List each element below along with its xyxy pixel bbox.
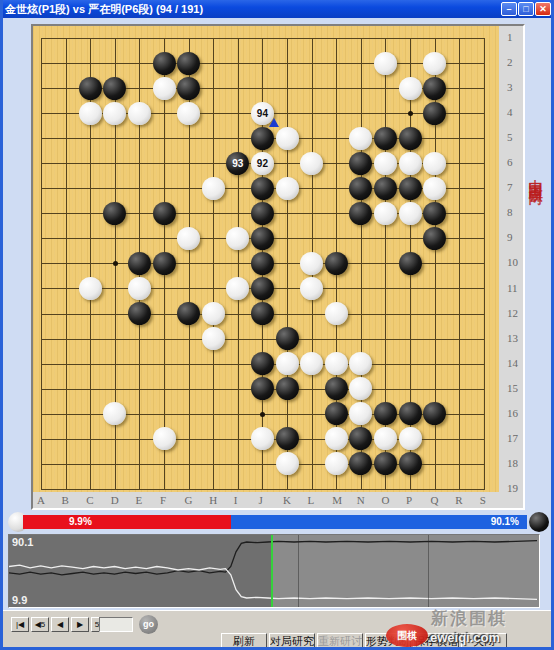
white-stone-O17 <box>374 427 397 450</box>
winrate-curves <box>9 535 537 605</box>
white-stone-H7 <box>202 177 225 200</box>
action-button-6[interactable]: 关闭 <box>461 633 507 649</box>
black-stone-J8 <box>251 202 274 225</box>
black-stone-O5 <box>374 127 397 150</box>
back-1-button[interactable]: ◀ <box>51 617 69 632</box>
white-stone-F3 <box>153 77 176 100</box>
black-stone-F8 <box>153 202 176 225</box>
row-label-9: 9 <box>507 231 513 243</box>
black-stone-P16 <box>399 402 422 425</box>
app-window: 金世炫(P1段) vs 严在明(P6段) (94 / 191) – □ ✕ 94… <box>0 0 554 650</box>
white-stone-P6 <box>399 152 422 175</box>
black-stone-P18 <box>399 452 422 475</box>
black-stone-P5 <box>399 127 422 150</box>
white-stone-M14 <box>325 352 348 375</box>
black-stone-Q4 <box>423 102 446 125</box>
window-title: 金世炫(P1段) vs 严在明(P6段) (94 / 191) <box>5 3 203 15</box>
black-winrate-label: 90.1% <box>491 516 519 527</box>
black-stone-Q9 <box>423 227 446 250</box>
winrate-bar: 9.9% 90.1% <box>3 511 554 535</box>
row-label-16: 16 <box>507 407 518 419</box>
white-winrate-label: 9.9% <box>69 516 92 527</box>
white-stone-P3 <box>399 77 422 100</box>
row-label-7: 7 <box>507 181 513 193</box>
black-stone-G2 <box>177 52 200 75</box>
white-stone-M17 <box>325 427 348 450</box>
row-label-1: 1 <box>507 31 513 43</box>
title-bar[interactable]: 金世炫(P1段) vs 严在明(P6段) (94 / 191) – □ ✕ <box>0 0 554 18</box>
current-move-cursor[interactable] <box>271 535 273 607</box>
column-label-A: A <box>37 494 45 506</box>
white-stone-Q6 <box>423 152 446 175</box>
black-stone-icon <box>529 512 549 532</box>
white-stone-H12 <box>202 302 225 325</box>
row-label-10: 10 <box>507 256 518 268</box>
white-stone-O8 <box>374 202 397 225</box>
row-label-4: 4 <box>507 106 513 118</box>
column-label-P: P <box>406 494 412 506</box>
row-label-12: 12 <box>507 307 518 319</box>
white-stone-N16 <box>349 402 372 425</box>
column-label-R: R <box>455 494 462 506</box>
back-5-button[interactable]: ◀5 <box>31 617 49 632</box>
white-stone-G4 <box>177 102 200 125</box>
column-label-C: C <box>86 494 93 506</box>
row-label-14: 14 <box>507 357 518 369</box>
row-label-18: 18 <box>507 457 518 469</box>
row-label-5: 5 <box>507 131 513 143</box>
white-stone-E4 <box>128 102 151 125</box>
white-stone-J17 <box>251 427 274 450</box>
control-panel: |◀◀5◀▶5▶▶| go 刷新对局研究重新研讨形势判断保存棋谱关闭 <box>3 610 554 650</box>
white-stone-O2 <box>374 52 397 75</box>
black-stone-J5 <box>251 127 274 150</box>
white-stone-D16 <box>103 402 126 425</box>
white-stone-K18 <box>276 452 299 475</box>
black-stone-J15 <box>251 377 274 400</box>
black-stone-N18 <box>349 452 372 475</box>
star-point <box>408 111 413 116</box>
column-label-N: N <box>357 494 365 506</box>
maximize-button[interactable]: □ <box>518 2 534 16</box>
white-stone-C4 <box>79 102 102 125</box>
white-stone-D4 <box>103 102 126 125</box>
black-stone-P7 <box>399 177 422 200</box>
column-label-D: D <box>111 494 119 506</box>
black-stone-I6-move-93: 93 <box>226 152 249 175</box>
white-stone-L11 <box>300 277 323 300</box>
black-stone-K13 <box>276 327 299 350</box>
column-label-F: F <box>160 494 166 506</box>
white-stone-M18 <box>325 452 348 475</box>
row-label-15: 15 <box>507 382 518 394</box>
column-label-Q: Q <box>431 494 439 506</box>
white-stone-N14 <box>349 352 372 375</box>
black-stone-D8 <box>103 202 126 225</box>
white-stone-K5 <box>276 127 299 150</box>
row-label-17: 17 <box>507 432 518 444</box>
column-label-O: O <box>381 494 389 506</box>
white-stone-N15 <box>349 377 372 400</box>
white-stone-E11 <box>128 277 151 300</box>
minimize-button[interactable]: – <box>501 2 517 16</box>
action-button-2[interactable]: 对局研究 <box>269 633 315 649</box>
action-button-3[interactable]: 重新研讨 <box>317 633 363 649</box>
white-stone-L6 <box>300 152 323 175</box>
black-stone-O16 <box>374 402 397 425</box>
white-stone-I9 <box>226 227 249 250</box>
white-stone-J6-move-92: 92 <box>251 152 274 175</box>
white-stone-I11 <box>226 277 249 300</box>
row-label-6: 6 <box>507 156 513 168</box>
black-stone-J11 <box>251 277 274 300</box>
black-stone-E10 <box>128 252 151 275</box>
column-label-E: E <box>135 494 142 506</box>
row-label-8: 8 <box>507 206 513 218</box>
last-move-triangle-marker <box>269 118 279 127</box>
first-move-button[interactable]: |◀ <box>11 617 29 632</box>
row-label-11: 11 <box>507 282 518 294</box>
black-stone-J9 <box>251 227 274 250</box>
white-stone-G9 <box>177 227 200 250</box>
graph-bottom-label: 9.9 <box>12 594 27 606</box>
column-coordinates: ABCDEFGHIJKLMNOPQRS <box>33 492 523 508</box>
white-stone-P8 <box>399 202 422 225</box>
winrate-graph[interactable]: 90.1 9.9 <box>8 534 540 608</box>
black-stone-M15 <box>325 377 348 400</box>
row-label-13: 13 <box>507 332 518 344</box>
forward-1-button[interactable]: ▶ <box>71 617 89 632</box>
white-stone-Q7 <box>423 177 446 200</box>
column-label-S: S <box>480 494 486 506</box>
black-stone-J14 <box>251 352 274 375</box>
column-label-M: M <box>332 494 342 506</box>
black-stone-K17 <box>276 427 299 450</box>
black-stone-G3 <box>177 77 200 100</box>
black-stone-Q8 <box>423 202 446 225</box>
column-label-L: L <box>308 494 315 506</box>
white-stone-K14 <box>276 352 299 375</box>
white-stone-H13 <box>202 327 225 350</box>
white-stone-C11 <box>79 277 102 300</box>
black-stone-C3 <box>79 77 102 100</box>
action-button-5[interactable]: 保存棋谱 <box>413 633 459 649</box>
black-stone-J7 <box>251 177 274 200</box>
black-stone-N6 <box>349 152 372 175</box>
black-stone-P10 <box>399 252 422 275</box>
close-button[interactable]: ✕ <box>535 2 551 16</box>
white-stone-P17 <box>399 427 422 450</box>
black-stone-Q3 <box>423 77 446 100</box>
black-stone-N7 <box>349 177 372 200</box>
go-board[interactable]: 949392 <box>33 26 499 492</box>
black-stone-M10 <box>325 252 348 275</box>
action-button-4[interactable]: 形势判断 <box>365 633 411 649</box>
white-stone-F17 <box>153 427 176 450</box>
row-label-3: 3 <box>507 81 513 93</box>
column-label-K: K <box>283 494 291 506</box>
white-stone-O6 <box>374 152 397 175</box>
black-stone-F2 <box>153 52 176 75</box>
star-point <box>260 412 265 417</box>
black-stone-O7 <box>374 177 397 200</box>
go-button[interactable]: go <box>139 615 158 634</box>
column-label-J: J <box>258 494 262 506</box>
action-button-1[interactable]: 刷新 <box>221 633 267 649</box>
row-label-2: 2 <box>507 56 513 68</box>
column-label-I: I <box>234 494 238 506</box>
move-number-input[interactable] <box>99 617 133 632</box>
white-stone-L14 <box>300 352 323 375</box>
winrate-red-segment <box>23 515 231 529</box>
black-stone-E12 <box>128 302 151 325</box>
column-label-H: H <box>209 494 217 506</box>
white-stone-K7 <box>276 177 299 200</box>
black-stone-O18 <box>374 452 397 475</box>
column-label-B: B <box>62 494 69 506</box>
black-stone-K15 <box>276 377 299 400</box>
winrate-track: 9.9% 90.1% <box>23 515 527 529</box>
white-stone-L10 <box>300 252 323 275</box>
graph-top-label: 90.1 <box>12 536 33 548</box>
graph-gridline <box>428 535 429 607</box>
white-stone-Q2 <box>423 52 446 75</box>
black-stone-J12 <box>251 302 274 325</box>
white-stone-M12 <box>325 302 348 325</box>
black-stone-J10 <box>251 252 274 275</box>
black-stone-D3 <box>103 77 126 100</box>
black-stone-N17 <box>349 427 372 450</box>
watermark-vertical: 中国围棋网 <box>527 168 545 183</box>
board-frame: 949392 12345678910111213141516171819 ABC… <box>31 24 525 510</box>
white-stone-N5 <box>349 127 372 150</box>
row-coordinates: 12345678910111213141516171819 <box>499 26 523 492</box>
graph-gridline <box>298 535 299 607</box>
column-label-G: G <box>185 494 193 506</box>
black-stone-G12 <box>177 302 200 325</box>
black-stone-N8 <box>349 202 372 225</box>
black-stone-F10 <box>153 252 176 275</box>
black-stone-Q16 <box>423 402 446 425</box>
star-point <box>113 261 118 266</box>
black-stone-M16 <box>325 402 348 425</box>
